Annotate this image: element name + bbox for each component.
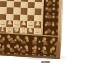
watermark-smudge <box>41 61 50 64</box>
chess-set-photo: ♟♟♟♟♟♟♟♟♜♞♝♛♚♝♞♜ <box>0 0 100 67</box>
drop-shadow <box>18 56 66 61</box>
chess-board: ♟♟♟♟♟♟♟♟♜♞♝♛♚♝♞♜ <box>0 0 43 34</box>
box-side-panel <box>57 0 63 46</box>
